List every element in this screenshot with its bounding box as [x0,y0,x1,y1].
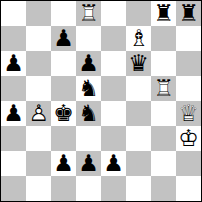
square-d6[interactable]: ♟ [76,51,101,76]
square-c1[interactable] [51,176,76,201]
black-knight: ♞ [76,101,101,126]
square-e7[interactable] [101,26,126,51]
square-d1[interactable] [76,176,101,201]
black-pawn: ♟ [1,101,26,126]
square-e1[interactable] [101,176,126,201]
black-pawn-glyph: ♟ [76,151,101,176]
black-pawn: ♟ [76,151,101,176]
black-pawn: ♟ [1,51,26,76]
black-pawn: ♟ [51,151,76,176]
black-king-glyph: ♚ [51,101,76,126]
square-f3[interactable] [126,126,151,151]
square-h6[interactable] [176,51,201,76]
square-e3[interactable] [101,126,126,151]
square-c8[interactable] [51,1,76,26]
square-b2[interactable] [26,151,51,176]
square-e4[interactable] [101,101,126,126]
square-b6[interactable] [26,51,51,76]
square-c6[interactable] [51,51,76,76]
white-pawn: ♟♙ [26,101,51,126]
white-queen-outline: ♕ [176,101,201,126]
square-h1[interactable] [176,176,201,201]
square-h3[interactable]: ♚♔ [176,126,201,151]
square-d2[interactable]: ♟ [76,151,101,176]
square-b1[interactable] [26,176,51,201]
square-g2[interactable] [151,151,176,176]
square-f5[interactable] [126,76,151,101]
square-c4[interactable]: ♚ [51,101,76,126]
black-pawn-glyph: ♟ [101,151,126,176]
white-rook-outline: ♖ [76,1,101,26]
square-f8[interactable] [126,1,151,26]
square-g7[interactable] [151,26,176,51]
square-g6[interactable] [151,51,176,76]
white-bishop-outline: ♗ [126,26,151,51]
square-b4[interactable]: ♟♙ [26,101,51,126]
square-f1[interactable] [126,176,151,201]
square-c2[interactable]: ♟ [51,151,76,176]
square-g5[interactable]: ♜♖ [151,76,176,101]
square-e5[interactable] [101,76,126,101]
square-d3[interactable] [76,126,101,151]
white-bishop: ♝♗ [126,26,151,51]
black-pawn-glyph: ♟ [76,51,101,76]
square-h2[interactable] [176,151,201,176]
square-d5[interactable]: ♞ [76,76,101,101]
square-h5[interactable] [176,76,201,101]
square-c7[interactable]: ♟ [51,26,76,51]
square-a1[interactable] [1,176,26,201]
black-king: ♚ [51,101,76,126]
white-rook-outline: ♖ [151,76,176,101]
chess-board: ♜♖♜♜♟♝♗♟♟♛♞♜♖♟♟♙♚♞♛♕♚♔♟♟♟ [0,0,202,202]
square-b8[interactable] [26,1,51,26]
white-rook: ♜♖ [76,1,101,26]
square-e2[interactable]: ♟ [101,151,126,176]
black-pawn-glyph: ♟ [1,101,26,126]
square-c3[interactable] [51,126,76,151]
square-a8[interactable] [1,1,26,26]
square-d4[interactable]: ♞ [76,101,101,126]
square-d7[interactable] [76,26,101,51]
square-b3[interactable] [26,126,51,151]
square-g3[interactable] [151,126,176,151]
square-e8[interactable] [101,1,126,26]
black-rook-glyph: ♜ [151,1,176,26]
white-rook: ♜♖ [151,76,176,101]
square-a7[interactable] [1,26,26,51]
white-pawn-outline: ♙ [26,101,51,126]
square-f6[interactable]: ♛ [126,51,151,76]
square-f7[interactable]: ♝♗ [126,26,151,51]
black-pawn-glyph: ♟ [51,151,76,176]
square-d8[interactable]: ♜♖ [76,1,101,26]
black-rook: ♜ [151,1,176,26]
white-king: ♚♔ [176,126,201,151]
black-rook-glyph: ♜ [176,1,201,26]
square-h4[interactable]: ♛♕ [176,101,201,126]
square-f4[interactable] [126,101,151,126]
square-b7[interactable] [26,26,51,51]
square-c5[interactable] [51,76,76,101]
black-knight-glyph: ♞ [76,101,101,126]
square-g8[interactable]: ♜ [151,1,176,26]
square-a2[interactable] [1,151,26,176]
black-pawn: ♟ [101,151,126,176]
black-knight-glyph: ♞ [76,76,101,101]
white-king-outline: ♔ [176,126,201,151]
black-pawn-glyph: ♟ [51,26,76,51]
square-e6[interactable] [101,51,126,76]
square-g4[interactable] [151,101,176,126]
black-pawn-glyph: ♟ [1,51,26,76]
square-h8[interactable]: ♜ [176,1,201,26]
black-rook: ♜ [176,1,201,26]
square-h7[interactable] [176,26,201,51]
square-a4[interactable]: ♟ [1,101,26,126]
black-queen-glyph: ♛ [126,51,151,76]
square-a3[interactable] [1,126,26,151]
square-b5[interactable] [26,76,51,101]
white-queen: ♛♕ [176,101,201,126]
board-grid: ♜♖♜♜♟♝♗♟♟♛♞♜♖♟♟♙♚♞♛♕♚♔♟♟♟ [1,1,201,201]
black-pawn: ♟ [76,51,101,76]
square-a6[interactable]: ♟ [1,51,26,76]
black-queen: ♛ [126,51,151,76]
square-a5[interactable] [1,76,26,101]
square-f2[interactable] [126,151,151,176]
black-knight: ♞ [76,76,101,101]
square-g1[interactable] [151,176,176,201]
black-pawn: ♟ [51,26,76,51]
